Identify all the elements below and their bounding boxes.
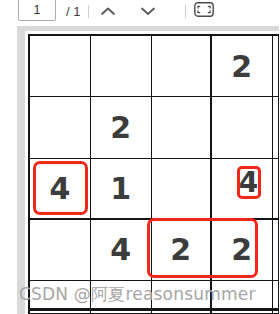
grid-line-bottom — [30, 308, 279, 311]
cell-value: 2 — [231, 49, 252, 84]
grid-cell-r2c1 — [30, 97, 91, 159]
grid-cell-r1c4: 2 — [212, 36, 273, 97]
grid-cell-r1c2 — [91, 36, 152, 97]
fit-to-page-button[interactable] — [192, 1, 216, 21]
cell-value: 4 — [239, 166, 258, 199]
grid-cell-r2c4 — [212, 97, 273, 159]
grid-cell-r4c1 — [30, 220, 91, 281]
grid-cell-r2c5 — [273, 97, 280, 159]
chevron-up-icon — [100, 4, 116, 19]
next-page-button[interactable] — [136, 1, 160, 21]
grid-cell-r2c2: 2 — [91, 97, 152, 159]
grid-cell-r3c5 — [273, 159, 280, 220]
puzzle-grid: 2 2 4 1 4 2 2 4 — [28, 34, 279, 314]
fit-to-page-icon — [194, 2, 214, 20]
cell-value: 2 — [110, 110, 131, 145]
cell-value: 1 — [110, 171, 131, 206]
red-annotation-box-r4c3-r4c4 — [147, 218, 258, 278]
grid-cell-r2c3 — [152, 97, 213, 159]
page-number-input[interactable] — [18, 0, 56, 21]
grid-cell-r1c5 — [273, 36, 280, 97]
grid-cell-r1c1 — [30, 36, 91, 97]
cell-value: 4 — [110, 232, 131, 267]
toolbar-divider — [185, 5, 186, 18]
grid-cell-r3c2: 1 — [91, 159, 152, 220]
grid-cell-r4c5 — [273, 220, 280, 281]
grid-cell-r1c3 — [152, 36, 213, 97]
chevron-down-icon — [140, 4, 156, 19]
page-total-label: / 1 — [66, 4, 80, 19]
csdn-watermark: CSDN @阿夏reasonsummer — [19, 283, 256, 306]
red-annotation-box-r3c1 — [33, 161, 88, 215]
pdf-toolbar: / 1 — [0, 0, 279, 26]
toolbar-divider — [88, 5, 89, 18]
previous-page-button[interactable] — [96, 1, 120, 21]
grid-cell-r4c2: 4 — [91, 220, 152, 281]
red-annotation-box-r3c4: 4 — [237, 166, 261, 199]
grid-cell-r3c3 — [152, 159, 213, 220]
